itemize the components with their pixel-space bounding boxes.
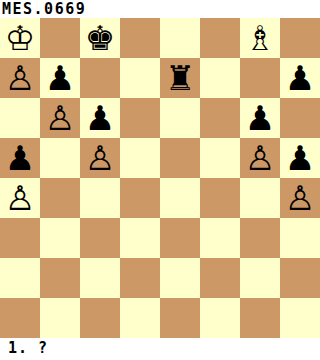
square-f3[interactable] — [200, 218, 240, 258]
black-pawn-piece: ♟ — [285, 138, 315, 178]
square-d2[interactable] — [120, 258, 160, 298]
black-pawn-piece: ♟ — [85, 98, 115, 138]
square-h8[interactable] — [280, 18, 320, 58]
square-f5[interactable] — [200, 138, 240, 178]
square-a7[interactable]: ♙ — [0, 58, 40, 98]
square-f7[interactable] — [200, 58, 240, 98]
square-f2[interactable] — [200, 258, 240, 298]
square-b1[interactable] — [40, 298, 80, 338]
square-a5[interactable]: ♟ — [0, 138, 40, 178]
square-c7[interactable] — [80, 58, 120, 98]
white-king-piece: ♔ — [5, 18, 35, 58]
square-d8[interactable] — [120, 18, 160, 58]
square-c8[interactable]: ♚ — [80, 18, 120, 58]
square-b6[interactable]: ♙ — [40, 98, 80, 138]
move-prompt-label: 1. ? — [0, 338, 320, 360]
black-rook-piece: ♜ — [165, 58, 195, 98]
square-g1[interactable] — [240, 298, 280, 338]
square-d4[interactable] — [120, 178, 160, 218]
white-pawn-piece: ♙ — [85, 138, 115, 178]
square-a8[interactable]: ♔ — [0, 18, 40, 58]
square-a6[interactable] — [0, 98, 40, 138]
square-a2[interactable] — [0, 258, 40, 298]
square-h4[interactable]: ♙ — [280, 178, 320, 218]
square-e1[interactable] — [160, 298, 200, 338]
square-g6[interactable]: ♟ — [240, 98, 280, 138]
square-h5[interactable]: ♟ — [280, 138, 320, 178]
square-e8[interactable] — [160, 18, 200, 58]
square-g4[interactable] — [240, 178, 280, 218]
square-g5[interactable]: ♙ — [240, 138, 280, 178]
puzzle-id-label: MES.0669 — [0, 0, 320, 18]
square-g8[interactable]: ♗ — [240, 18, 280, 58]
square-f1[interactable] — [200, 298, 240, 338]
square-d1[interactable] — [120, 298, 160, 338]
square-a3[interactable] — [0, 218, 40, 258]
square-e3[interactable] — [160, 218, 200, 258]
square-e7[interactable]: ♜ — [160, 58, 200, 98]
black-pawn-piece: ♟ — [245, 98, 275, 138]
square-d7[interactable] — [120, 58, 160, 98]
square-e6[interactable] — [160, 98, 200, 138]
square-e2[interactable] — [160, 258, 200, 298]
square-b5[interactable] — [40, 138, 80, 178]
square-c2[interactable] — [80, 258, 120, 298]
square-c4[interactable] — [80, 178, 120, 218]
black-pawn-piece: ♟ — [285, 58, 315, 98]
chess-board: ♔♚♗♙♟♜♟♙♟♟♟♙♙♟♙♙ — [0, 18, 320, 338]
square-e4[interactable] — [160, 178, 200, 218]
square-b2[interactable] — [40, 258, 80, 298]
square-h6[interactable] — [280, 98, 320, 138]
square-h1[interactable] — [280, 298, 320, 338]
square-f6[interactable] — [200, 98, 240, 138]
white-pawn-piece: ♙ — [45, 98, 75, 138]
black-pawn-piece: ♟ — [45, 58, 75, 98]
square-h2[interactable] — [280, 258, 320, 298]
square-h7[interactable]: ♟ — [280, 58, 320, 98]
square-c5[interactable]: ♙ — [80, 138, 120, 178]
black-king-piece: ♚ — [85, 18, 115, 58]
square-h3[interactable] — [280, 218, 320, 258]
white-pawn-piece: ♙ — [245, 138, 275, 178]
square-b4[interactable] — [40, 178, 80, 218]
white-pawn-piece: ♙ — [285, 178, 315, 218]
square-g2[interactable] — [240, 258, 280, 298]
square-c3[interactable] — [80, 218, 120, 258]
square-d5[interactable] — [120, 138, 160, 178]
square-b7[interactable]: ♟ — [40, 58, 80, 98]
square-a4[interactable]: ♙ — [0, 178, 40, 218]
square-e5[interactable] — [160, 138, 200, 178]
square-d3[interactable] — [120, 218, 160, 258]
square-c6[interactable]: ♟ — [80, 98, 120, 138]
chess-puzzle-view: MES.0669 ♔♚♗♙♟♜♟♙♟♟♟♙♙♟♙♙ 1. ? — [0, 0, 320, 360]
square-c1[interactable] — [80, 298, 120, 338]
square-g3[interactable] — [240, 218, 280, 258]
white-bishop-piece: ♗ — [245, 18, 275, 58]
square-b3[interactable] — [40, 218, 80, 258]
square-a1[interactable] — [0, 298, 40, 338]
square-f8[interactable] — [200, 18, 240, 58]
square-g7[interactable] — [240, 58, 280, 98]
square-b8[interactable] — [40, 18, 80, 58]
black-pawn-piece: ♟ — [5, 138, 35, 178]
square-d6[interactable] — [120, 98, 160, 138]
white-pawn-piece: ♙ — [5, 58, 35, 98]
square-f4[interactable] — [200, 178, 240, 218]
white-pawn-piece: ♙ — [5, 178, 35, 218]
